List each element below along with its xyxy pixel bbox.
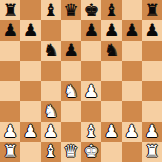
square-g3[interactable] bbox=[122, 101, 142, 121]
square-g7[interactable]: ♟ bbox=[122, 20, 142, 40]
square-g6[interactable] bbox=[122, 41, 142, 61]
chess-board: ♜♝♛♚♝♜♟♟♟♟♟♟♞♟♞♞♟♞♟♟♟♝♟♟♟♜♝♛♚♜ bbox=[0, 0, 162, 162]
black-rook: ♜ bbox=[3, 1, 18, 18]
square-f2[interactable]: ♟ bbox=[101, 122, 121, 142]
square-a1[interactable]: ♜ bbox=[0, 142, 20, 162]
square-h5[interactable] bbox=[142, 61, 162, 81]
square-a8[interactable]: ♜ bbox=[0, 0, 20, 20]
square-h4[interactable] bbox=[142, 81, 162, 101]
white-bishop: ♝ bbox=[43, 143, 58, 160]
square-g8[interactable] bbox=[122, 0, 142, 20]
square-f6[interactable]: ♞ bbox=[101, 41, 121, 61]
square-e2[interactable]: ♝ bbox=[81, 122, 101, 142]
square-e8[interactable]: ♚ bbox=[81, 0, 101, 20]
square-c2[interactable]: ♟ bbox=[41, 122, 61, 142]
square-f3[interactable] bbox=[101, 101, 121, 121]
square-e1[interactable]: ♚ bbox=[81, 142, 101, 162]
white-pawn: ♟ bbox=[84, 82, 99, 99]
square-g1[interactable] bbox=[122, 142, 142, 162]
square-c1[interactable]: ♝ bbox=[41, 142, 61, 162]
square-e4[interactable]: ♟ bbox=[81, 81, 101, 101]
black-knight: ♞ bbox=[43, 42, 58, 59]
square-h7[interactable]: ♟ bbox=[142, 20, 162, 40]
square-d1[interactable]: ♛ bbox=[61, 142, 81, 162]
black-pawn: ♟ bbox=[104, 21, 119, 38]
square-d5[interactable] bbox=[61, 61, 81, 81]
white-king: ♚ bbox=[84, 143, 99, 160]
square-b5[interactable] bbox=[20, 61, 40, 81]
square-d2[interactable] bbox=[61, 122, 81, 142]
square-d6[interactable]: ♟ bbox=[61, 41, 81, 61]
square-e7[interactable]: ♟ bbox=[81, 20, 101, 40]
square-h1[interactable]: ♜ bbox=[142, 142, 162, 162]
black-bishop: ♝ bbox=[104, 1, 119, 18]
square-e3[interactable] bbox=[81, 101, 101, 121]
black-bishop: ♝ bbox=[43, 1, 58, 18]
square-d4[interactable]: ♞ bbox=[61, 81, 81, 101]
square-f8[interactable]: ♝ bbox=[101, 0, 121, 20]
white-rook: ♜ bbox=[3, 143, 18, 160]
square-b1[interactable] bbox=[20, 142, 40, 162]
square-h8[interactable]: ♜ bbox=[142, 0, 162, 20]
white-pawn: ♟ bbox=[43, 123, 58, 140]
square-f4[interactable] bbox=[101, 81, 121, 101]
white-queen: ♛ bbox=[63, 143, 78, 160]
square-b6[interactable] bbox=[20, 41, 40, 61]
square-a7[interactable]: ♟ bbox=[0, 20, 20, 40]
square-f7[interactable]: ♟ bbox=[101, 20, 121, 40]
white-pawn: ♟ bbox=[144, 123, 159, 140]
square-h6[interactable] bbox=[142, 41, 162, 61]
black-pawn: ♟ bbox=[144, 21, 159, 38]
square-e6[interactable] bbox=[81, 41, 101, 61]
square-h3[interactable] bbox=[142, 101, 162, 121]
square-c6[interactable]: ♞ bbox=[41, 41, 61, 61]
square-b3[interactable] bbox=[20, 101, 40, 121]
black-pawn: ♟ bbox=[124, 21, 139, 38]
white-knight: ♞ bbox=[63, 82, 78, 99]
black-rook: ♜ bbox=[144, 1, 159, 18]
square-g2[interactable]: ♟ bbox=[122, 122, 142, 142]
white-knight: ♞ bbox=[43, 102, 58, 119]
square-e5[interactable] bbox=[81, 61, 101, 81]
square-a5[interactable] bbox=[0, 61, 20, 81]
square-g4[interactable] bbox=[122, 81, 142, 101]
square-c4[interactable] bbox=[41, 81, 61, 101]
black-king: ♚ bbox=[84, 1, 99, 18]
black-knight: ♞ bbox=[104, 42, 119, 59]
square-d8[interactable]: ♛ bbox=[61, 0, 81, 20]
square-c8[interactable]: ♝ bbox=[41, 0, 61, 20]
black-pawn: ♟ bbox=[63, 42, 78, 59]
white-pawn: ♟ bbox=[124, 123, 139, 140]
white-pawn: ♟ bbox=[3, 123, 18, 140]
square-a4[interactable] bbox=[0, 81, 20, 101]
square-c7[interactable] bbox=[41, 20, 61, 40]
square-g5[interactable] bbox=[122, 61, 142, 81]
square-h2[interactable]: ♟ bbox=[142, 122, 162, 142]
square-a6[interactable] bbox=[0, 41, 20, 61]
black-pawn: ♟ bbox=[3, 21, 18, 38]
square-b4[interactable] bbox=[20, 81, 40, 101]
black-pawn: ♟ bbox=[84, 21, 99, 38]
black-pawn: ♟ bbox=[23, 21, 38, 38]
square-f5[interactable] bbox=[101, 61, 121, 81]
square-b2[interactable]: ♟ bbox=[20, 122, 40, 142]
square-c5[interactable] bbox=[41, 61, 61, 81]
square-d3[interactable] bbox=[61, 101, 81, 121]
square-c3[interactable]: ♞ bbox=[41, 101, 61, 121]
white-pawn: ♟ bbox=[104, 123, 119, 140]
white-pawn: ♟ bbox=[23, 123, 38, 140]
square-b8[interactable] bbox=[20, 0, 40, 20]
square-b7[interactable]: ♟ bbox=[20, 20, 40, 40]
square-a3[interactable] bbox=[0, 101, 20, 121]
black-queen: ♛ bbox=[63, 1, 78, 18]
white-bishop: ♝ bbox=[84, 123, 99, 140]
square-d7[interactable] bbox=[61, 20, 81, 40]
white-rook: ♜ bbox=[144, 143, 159, 160]
square-f1[interactable] bbox=[101, 142, 121, 162]
square-a2[interactable]: ♟ bbox=[0, 122, 20, 142]
